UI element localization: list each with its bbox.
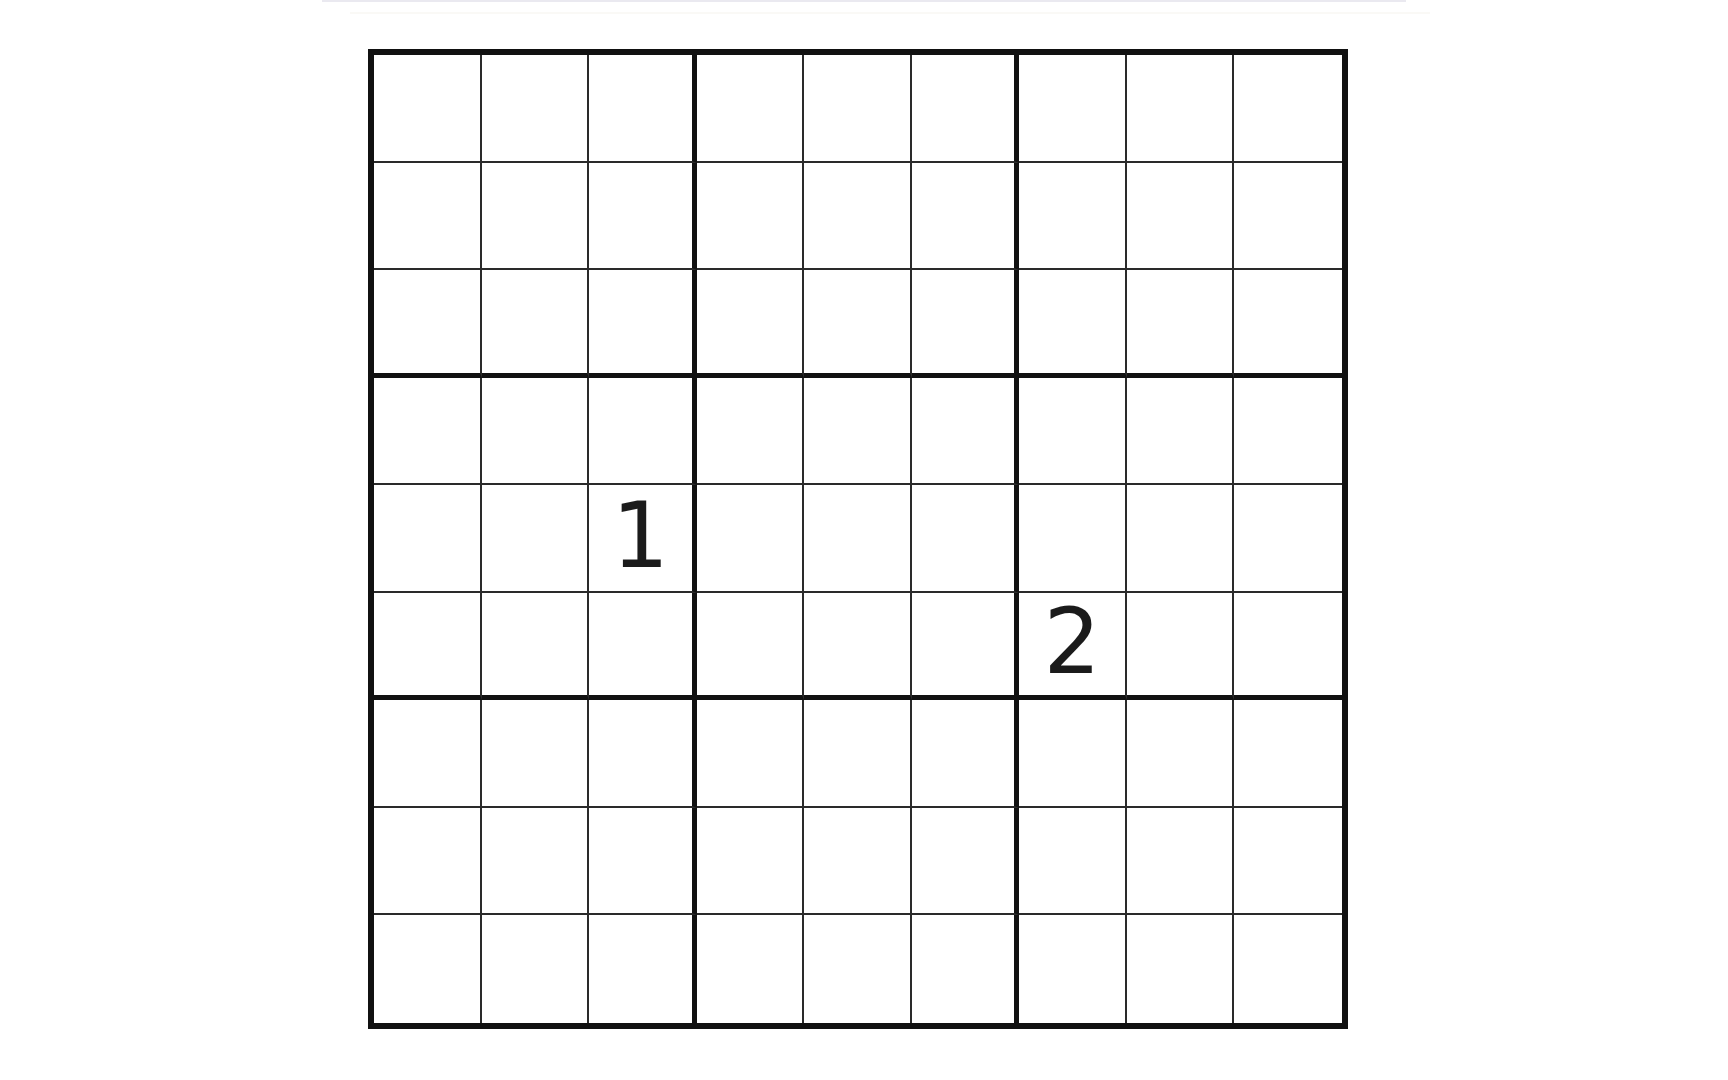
cell-r1c9[interactable] xyxy=(1234,55,1342,163)
cell-r3c3[interactable] xyxy=(589,270,697,378)
cell-r5c2[interactable] xyxy=(482,485,590,593)
cell-r7c4[interactable] xyxy=(697,700,805,808)
cell-r8c5[interactable] xyxy=(804,808,912,916)
cell-r2c7[interactable] xyxy=(1019,163,1127,271)
cell-r7c8[interactable] xyxy=(1127,700,1235,808)
cell-r3c6[interactable] xyxy=(912,270,1020,378)
cell-r5c5[interactable] xyxy=(804,485,912,593)
cell-r6c2[interactable] xyxy=(482,593,590,701)
cell-r8c2[interactable] xyxy=(482,808,590,916)
cell-r7c9[interactable] xyxy=(1234,700,1342,808)
cell-r5c4[interactable] xyxy=(697,485,805,593)
cell-r6c9[interactable] xyxy=(1234,593,1342,701)
cell-r7c1[interactable] xyxy=(374,700,482,808)
page-top-artifact-line-2 xyxy=(350,12,1430,14)
cell-r8c8[interactable] xyxy=(1127,808,1235,916)
cell-r1c1[interactable] xyxy=(374,55,482,163)
sudoku-board: 12 xyxy=(368,49,1348,1029)
cell-r5c3[interactable]: 1 xyxy=(589,485,697,593)
cell-r1c2[interactable] xyxy=(482,55,590,163)
cell-r3c8[interactable] xyxy=(1127,270,1235,378)
given-digit: 1 xyxy=(612,491,669,581)
cell-r5c7[interactable] xyxy=(1019,485,1127,593)
cell-r4c8[interactable] xyxy=(1127,378,1235,486)
cell-r6c4[interactable] xyxy=(697,593,805,701)
cell-r7c5[interactable] xyxy=(804,700,912,808)
cell-r7c3[interactable] xyxy=(589,700,697,808)
cell-r3c2[interactable] xyxy=(482,270,590,378)
cell-r9c1[interactable] xyxy=(374,915,482,1023)
cell-r8c1[interactable] xyxy=(374,808,482,916)
cell-r4c2[interactable] xyxy=(482,378,590,486)
cell-r9c3[interactable] xyxy=(589,915,697,1023)
cell-r6c3[interactable] xyxy=(589,593,697,701)
cell-r2c4[interactable] xyxy=(697,163,805,271)
cell-r9c8[interactable] xyxy=(1127,915,1235,1023)
cell-r1c6[interactable] xyxy=(912,55,1020,163)
cell-r4c5[interactable] xyxy=(804,378,912,486)
cell-r1c8[interactable] xyxy=(1127,55,1235,163)
cell-r6c5[interactable] xyxy=(804,593,912,701)
cell-r2c6[interactable] xyxy=(912,163,1020,271)
cell-r8c4[interactable] xyxy=(697,808,805,916)
cell-r5c1[interactable] xyxy=(374,485,482,593)
cell-r5c6[interactable] xyxy=(912,485,1020,593)
cell-r7c7[interactable] xyxy=(1019,700,1127,808)
cell-r2c5[interactable] xyxy=(804,163,912,271)
cell-r2c2[interactable] xyxy=(482,163,590,271)
cell-r4c7[interactable] xyxy=(1019,378,1127,486)
cell-r8c6[interactable] xyxy=(912,808,1020,916)
cell-r3c4[interactable] xyxy=(697,270,805,378)
cell-r8c9[interactable] xyxy=(1234,808,1342,916)
cell-r9c7[interactable] xyxy=(1019,915,1127,1023)
page-top-artifact-line xyxy=(322,0,1406,2)
cell-r4c6[interactable] xyxy=(912,378,1020,486)
cell-r2c9[interactable] xyxy=(1234,163,1342,271)
cell-r6c7[interactable]: 2 xyxy=(1019,593,1127,701)
cell-r1c7[interactable] xyxy=(1019,55,1127,163)
cell-r9c5[interactable] xyxy=(804,915,912,1023)
cell-r7c6[interactable] xyxy=(912,700,1020,808)
cell-r3c7[interactable] xyxy=(1019,270,1127,378)
cell-r4c3[interactable] xyxy=(589,378,697,486)
cell-r2c8[interactable] xyxy=(1127,163,1235,271)
cell-r5c9[interactable] xyxy=(1234,485,1342,593)
cell-r8c3[interactable] xyxy=(589,808,697,916)
cell-r8c7[interactable] xyxy=(1019,808,1127,916)
cell-r9c6[interactable] xyxy=(912,915,1020,1023)
cell-r9c2[interactable] xyxy=(482,915,590,1023)
cell-r2c1[interactable] xyxy=(374,163,482,271)
cell-r1c5[interactable] xyxy=(804,55,912,163)
cell-r9c9[interactable] xyxy=(1234,915,1342,1023)
cell-r6c8[interactable] xyxy=(1127,593,1235,701)
cell-r4c4[interactable] xyxy=(697,378,805,486)
cell-r2c3[interactable] xyxy=(589,163,697,271)
cell-r7c2[interactable] xyxy=(482,700,590,808)
cell-r6c1[interactable] xyxy=(374,593,482,701)
cell-r1c3[interactable] xyxy=(589,55,697,163)
cell-r3c9[interactable] xyxy=(1234,270,1342,378)
cell-r5c8[interactable] xyxy=(1127,485,1235,593)
cell-r6c6[interactable] xyxy=(912,593,1020,701)
cell-r3c1[interactable] xyxy=(374,270,482,378)
cell-r3c5[interactable] xyxy=(804,270,912,378)
cell-r1c4[interactable] xyxy=(697,55,805,163)
cell-r4c9[interactable] xyxy=(1234,378,1342,486)
cell-r4c1[interactable] xyxy=(374,378,482,486)
cell-r9c4[interactable] xyxy=(697,915,805,1023)
given-digit: 2 xyxy=(1043,597,1100,687)
